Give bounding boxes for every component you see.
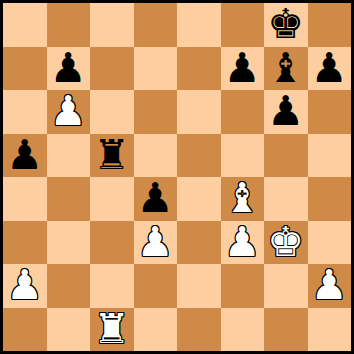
square-b8[interactable] [47,3,91,47]
black-bishop-piece[interactable]: ♝ [267,47,304,91]
square-d2[interactable] [134,264,178,308]
square-a4[interactable] [3,177,47,221]
square-g8[interactable]: ♚ [264,3,308,47]
black-pawn-piece[interactable]: ♟ [50,47,87,91]
square-c3[interactable] [90,221,134,265]
square-e5[interactable] [177,134,221,178]
square-a1[interactable] [3,308,47,352]
black-pawn-piece[interactable]: ♟ [224,47,261,91]
white-pawn-piece[interactable]: ♟ [311,264,348,308]
square-h1[interactable] [308,308,352,352]
chess-board: ♚♟♟♝♟♟♟♟♜♟♝♟♟♚♟♟♜ [3,3,351,351]
square-c6[interactable] [90,90,134,134]
square-a8[interactable] [3,3,47,47]
chess-board-frame: ♚♟♟♝♟♟♟♟♜♟♝♟♟♚♟♟♜ [0,0,354,354]
square-b5[interactable] [47,134,91,178]
square-e7[interactable] [177,47,221,91]
square-g3[interactable]: ♚ [264,221,308,265]
square-b3[interactable] [47,221,91,265]
square-f5[interactable] [221,134,265,178]
square-h6[interactable] [308,90,352,134]
square-h8[interactable] [308,3,352,47]
square-h2[interactable]: ♟ [308,264,352,308]
white-rook-piece[interactable]: ♜ [93,308,130,352]
square-d5[interactable] [134,134,178,178]
square-g7[interactable]: ♝ [264,47,308,91]
square-d3[interactable]: ♟ [134,221,178,265]
square-c1[interactable]: ♜ [90,308,134,352]
square-a3[interactable] [3,221,47,265]
square-g4[interactable] [264,177,308,221]
white-pawn-piece[interactable]: ♟ [137,221,174,265]
black-pawn-piece[interactable]: ♟ [6,134,43,178]
black-pawn-piece[interactable]: ♟ [267,90,304,134]
square-h3[interactable] [308,221,352,265]
square-g5[interactable] [264,134,308,178]
square-e6[interactable] [177,90,221,134]
square-b7[interactable]: ♟ [47,47,91,91]
square-h5[interactable] [308,134,352,178]
square-d8[interactable] [134,3,178,47]
square-f7[interactable]: ♟ [221,47,265,91]
square-h4[interactable] [308,177,352,221]
square-f8[interactable] [221,3,265,47]
square-b6[interactable]: ♟ [47,90,91,134]
square-c7[interactable] [90,47,134,91]
square-f2[interactable] [221,264,265,308]
square-g2[interactable] [264,264,308,308]
square-e2[interactable] [177,264,221,308]
square-c4[interactable] [90,177,134,221]
square-d6[interactable] [134,90,178,134]
white-pawn-piece[interactable]: ♟ [50,90,87,134]
square-f4[interactable]: ♝ [221,177,265,221]
square-f6[interactable] [221,90,265,134]
square-d4[interactable]: ♟ [134,177,178,221]
square-f3[interactable]: ♟ [221,221,265,265]
square-f1[interactable] [221,308,265,352]
square-c2[interactable] [90,264,134,308]
square-b4[interactable] [47,177,91,221]
square-b1[interactable] [47,308,91,352]
square-g1[interactable] [264,308,308,352]
square-a7[interactable] [3,47,47,91]
black-pawn-piece[interactable]: ♟ [311,47,348,91]
white-pawn-piece[interactable]: ♟ [6,264,43,308]
square-a5[interactable]: ♟ [3,134,47,178]
square-d1[interactable] [134,308,178,352]
white-king-piece[interactable]: ♚ [267,221,304,265]
square-h7[interactable]: ♟ [308,47,352,91]
square-g6[interactable]: ♟ [264,90,308,134]
square-e1[interactable] [177,308,221,352]
square-e4[interactable] [177,177,221,221]
square-c5[interactable]: ♜ [90,134,134,178]
square-a2[interactable]: ♟ [3,264,47,308]
square-a6[interactable] [3,90,47,134]
white-pawn-piece[interactable]: ♟ [224,221,261,265]
square-b2[interactable] [47,264,91,308]
black-king-piece[interactable]: ♚ [267,3,304,47]
black-pawn-piece[interactable]: ♟ [137,177,174,221]
square-e3[interactable] [177,221,221,265]
black-rook-piece[interactable]: ♜ [93,134,130,178]
square-c8[interactable] [90,3,134,47]
white-bishop-piece[interactable]: ♝ [224,177,261,221]
square-e8[interactable] [177,3,221,47]
square-d7[interactable] [134,47,178,91]
